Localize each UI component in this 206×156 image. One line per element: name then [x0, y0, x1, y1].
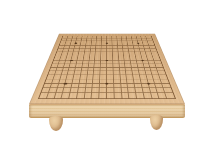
board-leg-right — [150, 115, 163, 130]
board-top-surface — [29, 34, 185, 104]
product-photo — [0, 0, 206, 156]
go-board — [29, 34, 185, 104]
board-cell — [166, 93, 175, 98]
board-grid — [38, 36, 176, 99]
board-cell — [99, 93, 107, 98]
board-leg-left — [49, 116, 63, 131]
